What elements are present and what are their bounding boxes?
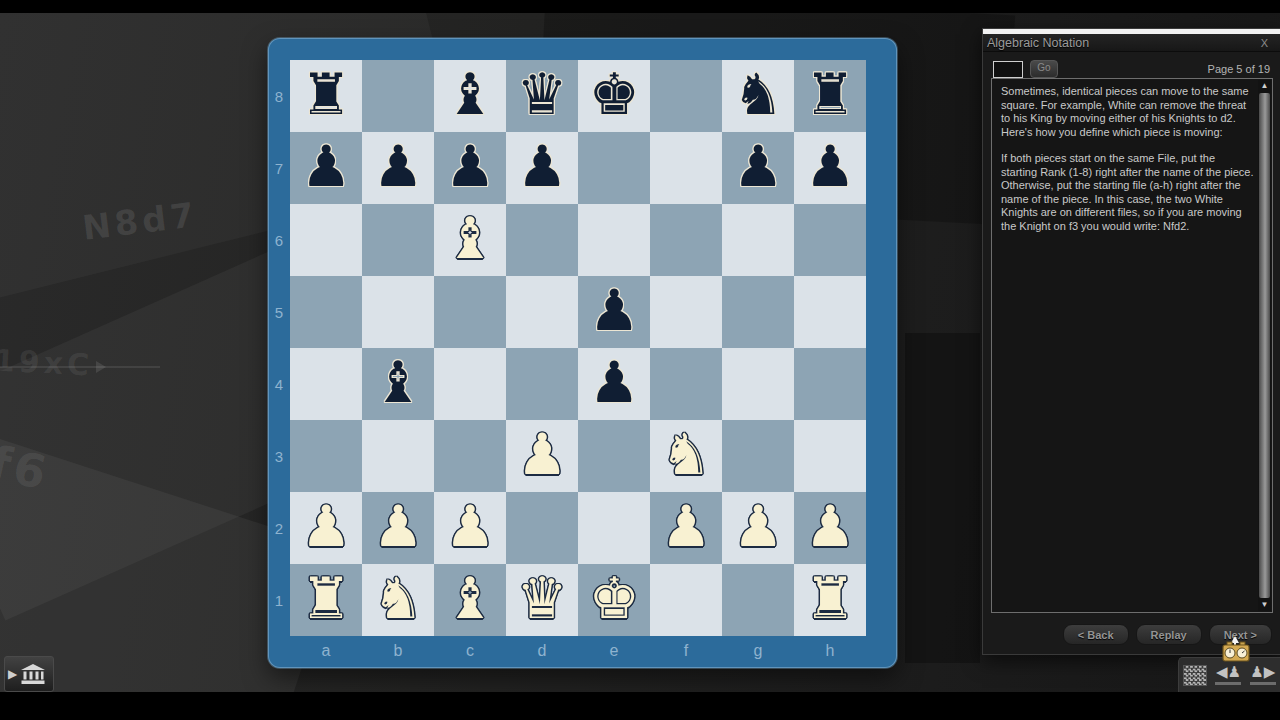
white-queen-d1[interactable]: ♛ <box>516 570 567 627</box>
page-indicator: Page 5 of 19 <box>1208 63 1270 75</box>
file-label-b: b <box>362 636 434 666</box>
flip-board-left-icon[interactable]: ◀♟ <box>1215 665 1241 685</box>
play-icon: ▶ <box>8 667 17 681</box>
black-knight-g8[interactable]: ♞ <box>732 66 783 123</box>
lesson-text-box: Sometimes, identical pieces can move to … <box>991 78 1273 613</box>
square-c8[interactable]: ♝ <box>434 60 506 132</box>
square-h6[interactable] <box>794 204 866 276</box>
square-b4[interactable]: ♝ <box>362 348 434 420</box>
square-b7[interactable]: ♟ <box>362 132 434 204</box>
square-d6[interactable] <box>506 204 578 276</box>
black-pawn-b7[interactable]: ♟ <box>372 138 423 195</box>
white-bishop-c1[interactable]: ♝ <box>444 570 495 627</box>
square-e8[interactable]: ♚ <box>578 60 650 132</box>
square-d8[interactable]: ♛ <box>506 60 578 132</box>
white-rook-a1[interactable]: ♜ <box>300 570 351 627</box>
black-bishop-b4[interactable]: ♝ <box>372 354 423 411</box>
white-rook-h1[interactable]: ♜ <box>804 570 855 627</box>
ghost-notation-n8d7: N8d7 <box>80 194 200 248</box>
square-g1[interactable] <box>722 564 794 636</box>
square-c7[interactable]: ♟ <box>434 132 506 204</box>
white-pawn-h2[interactable]: ♟ <box>804 498 855 555</box>
white-pawn-a2[interactable]: ♟ <box>300 498 351 555</box>
square-e5[interactable]: ♟ <box>578 276 650 348</box>
square-d2[interactable] <box>506 492 578 564</box>
file-label-a: a <box>290 636 362 666</box>
back-button[interactable]: < Back <box>1063 624 1129 645</box>
square-d5[interactable] <box>506 276 578 348</box>
go-button[interactable]: Go <box>1030 60 1058 78</box>
white-knight-f3[interactable]: ♞ <box>660 426 711 483</box>
lesson-paragraph-1: Sometimes, identical pieces can move to … <box>1001 85 1254 139</box>
scrollbar[interactable]: ▲ ▼ <box>1258 80 1271 611</box>
black-pawn-g7[interactable]: ♟ <box>732 138 783 195</box>
square-f1[interactable] <box>650 564 722 636</box>
square-d7[interactable]: ♟ <box>506 132 578 204</box>
square-g7[interactable]: ♟ <box>722 132 794 204</box>
square-g5[interactable] <box>722 276 794 348</box>
square-e1[interactable]: ♚ <box>578 564 650 636</box>
square-a3[interactable] <box>290 420 362 492</box>
square-a4[interactable] <box>290 348 362 420</box>
rank-label-6: 6 <box>268 204 290 276</box>
icon-caption <box>1250 682 1276 685</box>
square-c2[interactable]: ♟ <box>434 492 506 564</box>
letterbox-bottom <box>0 692 1280 720</box>
square-h3[interactable] <box>794 420 866 492</box>
square-e4[interactable]: ♟ <box>578 348 650 420</box>
file-label-f: f <box>650 636 722 666</box>
square-e3[interactable] <box>578 420 650 492</box>
square-e2[interactable] <box>578 492 650 564</box>
app-window: N8d7 19xC f6 87654321 ♜♝♛♚♞♜♟♟♟♟♟♟♝♟♝♟♟♞… <box>0 0 1280 720</box>
lesson-paragraph-2: If both pieces start on the same File, p… <box>1001 152 1254 233</box>
rank-labels: 87654321 <box>268 60 290 636</box>
chess-board-frame: 87654321 ♜♝♛♚♞♜♟♟♟♟♟♟♝♟♝♟♟♞♟♟♟♟♟♟♜♞♝♛♚♜ … <box>268 38 897 668</box>
file-label-d: d <box>506 636 578 666</box>
square-h1[interactable]: ♜ <box>794 564 866 636</box>
square-e6[interactable] <box>578 204 650 276</box>
background: N8d7 19xC f6 87654321 ♜♝♛♚♞♜♟♟♟♟♟♟♝♟♝♟♟♞… <box>0 13 1280 692</box>
square-e7[interactable] <box>578 132 650 204</box>
square-g6[interactable] <box>722 204 794 276</box>
black-pawn-c7[interactable]: ♟ <box>444 138 495 195</box>
square-b3[interactable] <box>362 420 434 492</box>
white-pawn-g2[interactable]: ♟ <box>732 498 783 555</box>
rank-label-4: 4 <box>268 348 290 420</box>
white-pawn-f2[interactable]: ♟ <box>660 498 711 555</box>
file-label-g: g <box>722 636 794 666</box>
white-knight-b1[interactable]: ♞ <box>372 570 423 627</box>
square-a7[interactable]: ♟ <box>290 132 362 204</box>
scroll-thumb[interactable] <box>1259 93 1270 598</box>
black-pawn-a7[interactable]: ♟ <box>300 138 351 195</box>
page-number-input[interactable] <box>993 61 1023 78</box>
black-rook-a8[interactable]: ♜ <box>300 66 351 123</box>
black-rook-h8[interactable]: ♜ <box>804 66 855 123</box>
square-b6[interactable] <box>362 204 434 276</box>
ghost-notation-19xc: 19xC <box>0 342 94 382</box>
square-b1[interactable]: ♞ <box>362 564 434 636</box>
square-f4[interactable] <box>650 348 722 420</box>
square-g3[interactable] <box>722 420 794 492</box>
white-bishop-c6[interactable]: ♝ <box>444 210 495 267</box>
square-d3[interactable]: ♟ <box>506 420 578 492</box>
white-king-e1[interactable]: ♚ <box>588 570 639 627</box>
white-pawn-d3[interactable]: ♟ <box>516 426 567 483</box>
home-building-icon <box>20 664 46 685</box>
ghost-arrow <box>0 366 160 368</box>
square-h2[interactable]: ♟ <box>794 492 866 564</box>
square-a1[interactable]: ♜ <box>290 564 362 636</box>
board-grid-icon[interactable] <box>1183 665 1207 686</box>
square-f8[interactable] <box>650 60 722 132</box>
scroll-down-icon[interactable]: ▼ <box>1258 599 1271 611</box>
flip-board-right-icon[interactable]: ♟▶ <box>1250 665 1276 685</box>
square-g2[interactable]: ♟ <box>722 492 794 564</box>
home-button[interactable]: ▶ <box>4 656 54 692</box>
chess-clock-cursor-icon <box>1222 636 1250 666</box>
file-label-e: e <box>578 636 650 666</box>
close-icon[interactable]: X <box>1261 37 1268 49</box>
black-pawn-e5[interactable]: ♟ <box>588 282 639 339</box>
square-c3[interactable] <box>434 420 506 492</box>
black-bishop-c8[interactable]: ♝ <box>444 66 495 123</box>
black-queen-d8[interactable]: ♛ <box>516 66 567 123</box>
square-f6[interactable] <box>650 204 722 276</box>
square-a2[interactable]: ♟ <box>290 492 362 564</box>
white-pawn-b2[interactable]: ♟ <box>372 498 423 555</box>
file-label-h: h <box>794 636 866 666</box>
icon-caption <box>1215 682 1241 685</box>
square-f5[interactable] <box>650 276 722 348</box>
panel-title-bar: Algebraic Notation X <box>983 34 1280 52</box>
black-pawn-d7[interactable]: ♟ <box>516 138 567 195</box>
ghost-notation-f6: f6 <box>0 435 55 501</box>
file-labels: abcdefgh <box>290 636 866 666</box>
square-a5[interactable] <box>290 276 362 348</box>
white-pawn-c2[interactable]: ♟ <box>444 498 495 555</box>
chess-board[interactable]: ♜♝♛♚♞♜♟♟♟♟♟♟♝♟♝♟♟♞♟♟♟♟♟♟♜♞♝♛♚♜ <box>290 60 866 636</box>
letterbox-top <box>0 0 1280 13</box>
square-h4[interactable] <box>794 348 866 420</box>
square-b2[interactable]: ♟ <box>362 492 434 564</box>
square-f7[interactable] <box>650 132 722 204</box>
rank-label-1: 1 <box>268 564 290 636</box>
square-c6[interactable]: ♝ <box>434 204 506 276</box>
square-h7[interactable]: ♟ <box>794 132 866 204</box>
black-pawn-h7[interactable]: ♟ <box>804 138 855 195</box>
square-b8[interactable] <box>362 60 434 132</box>
square-g8[interactable]: ♞ <box>722 60 794 132</box>
square-c4[interactable] <box>434 348 506 420</box>
square-g4[interactable] <box>722 348 794 420</box>
rank-label-3: 3 <box>268 420 290 492</box>
square-c5[interactable] <box>434 276 506 348</box>
square-d4[interactable] <box>506 348 578 420</box>
square-a8[interactable]: ♜ <box>290 60 362 132</box>
square-d1[interactable]: ♛ <box>506 564 578 636</box>
tutorial-panel: Algebraic Notation X Go Page 5 of 19 Som… <box>982 28 1280 655</box>
lesson-text: Sometimes, identical pieces can move to … <box>992 79 1258 612</box>
rank-label-5: 5 <box>268 276 290 348</box>
black-king-e8[interactable]: ♚ <box>588 66 639 123</box>
rank-label-2: 2 <box>268 492 290 564</box>
square-f2[interactable]: ♟ <box>650 492 722 564</box>
square-b5[interactable] <box>362 276 434 348</box>
file-label-c: c <box>434 636 506 666</box>
rank-label-7: 7 <box>268 132 290 204</box>
square-c1[interactable]: ♝ <box>434 564 506 636</box>
replay-button[interactable]: Replay <box>1136 624 1202 645</box>
square-h5[interactable] <box>794 276 866 348</box>
rank-label-8: 8 <box>268 60 290 132</box>
square-a6[interactable] <box>290 204 362 276</box>
scroll-up-icon[interactable]: ▲ <box>1258 80 1271 92</box>
square-f3[interactable]: ♞ <box>650 420 722 492</box>
black-pawn-e4[interactable]: ♟ <box>588 354 639 411</box>
panel-title: Algebraic Notation <box>987 36 1089 50</box>
square-h8[interactable]: ♜ <box>794 60 866 132</box>
background-shape <box>905 333 980 663</box>
